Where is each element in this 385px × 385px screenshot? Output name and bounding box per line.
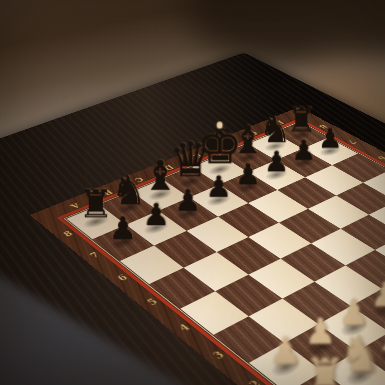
black-pawn-glyph: ♟ xyxy=(175,186,202,216)
black-pawn-glyph: ♟ xyxy=(143,199,170,230)
black-pawn-glyph: ♟ xyxy=(264,148,289,176)
backdrop-dark-shelf xyxy=(185,0,385,69)
black-pawn-glyph: ♟ xyxy=(109,213,137,244)
black-pawn-glyph: ♟ xyxy=(291,137,316,165)
white-pawn-glyph: ♟ xyxy=(269,333,302,370)
white-rook-glyph: ♜ xyxy=(304,352,347,385)
white-pawn-glyph: ♟ xyxy=(305,314,337,350)
black-knight-glyph: ♞ xyxy=(111,170,146,210)
scene: AA88BB77CC66DD55EE44FF33GG22HH11 ♜♞♝♛♚♝♞… xyxy=(0,0,385,385)
black-pawn-glyph: ♟ xyxy=(206,173,232,202)
black-pawn-glyph: ♟ xyxy=(318,126,342,153)
black-pawn-glyph: ♟ xyxy=(235,160,261,189)
black-bishop-glyph: ♝ xyxy=(142,156,179,197)
